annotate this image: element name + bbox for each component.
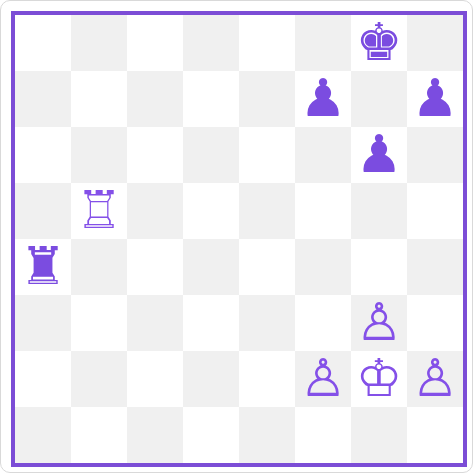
square-f5[interactable] [295, 183, 351, 239]
square-f4[interactable] [295, 239, 351, 295]
square-b4[interactable] [71, 239, 127, 295]
square-h8[interactable] [407, 15, 463, 71]
square-g1[interactable] [351, 407, 407, 463]
square-d6[interactable] [183, 127, 239, 183]
square-h5[interactable] [407, 183, 463, 239]
square-g8[interactable]: ♚ [351, 15, 407, 71]
square-h3[interactable] [407, 295, 463, 351]
square-c8[interactable] [127, 15, 183, 71]
square-a6[interactable] [15, 127, 71, 183]
piece-black-pawn-h7[interactable]: ♟ [412, 70, 459, 126]
square-d3[interactable] [183, 295, 239, 351]
square-g6[interactable]: ♟ [351, 127, 407, 183]
square-b5[interactable]: ♖ [71, 183, 127, 239]
square-f8[interactable] [295, 15, 351, 71]
square-d4[interactable] [183, 239, 239, 295]
square-a4[interactable]: ♜ [15, 239, 71, 295]
piece-white-pawn-g3[interactable]: ♙ [356, 294, 403, 350]
square-c7[interactable] [127, 71, 183, 127]
square-e3[interactable] [239, 295, 295, 351]
board-grid: ♚♟♟♟♖♜♙♙♔♙ [15, 15, 463, 463]
square-h4[interactable] [407, 239, 463, 295]
piece-white-pawn-f2[interactable]: ♙ [300, 350, 347, 406]
square-c5[interactable] [127, 183, 183, 239]
square-d1[interactable] [183, 407, 239, 463]
square-e5[interactable] [239, 183, 295, 239]
square-c4[interactable] [127, 239, 183, 295]
square-h2[interactable]: ♙ [407, 351, 463, 407]
square-a7[interactable] [15, 71, 71, 127]
square-d5[interactable] [183, 183, 239, 239]
piece-black-rook-a4[interactable]: ♜ [20, 238, 67, 294]
square-f1[interactable] [295, 407, 351, 463]
square-e4[interactable] [239, 239, 295, 295]
square-h1[interactable] [407, 407, 463, 463]
piece-black-pawn-f7[interactable]: ♟ [300, 70, 347, 126]
square-d2[interactable] [183, 351, 239, 407]
square-h7[interactable]: ♟ [407, 71, 463, 127]
square-a2[interactable] [15, 351, 71, 407]
square-e1[interactable] [239, 407, 295, 463]
square-f2[interactable]: ♙ [295, 351, 351, 407]
square-d7[interactable] [183, 71, 239, 127]
square-g2[interactable]: ♔ [351, 351, 407, 407]
square-e6[interactable] [239, 127, 295, 183]
square-b6[interactable] [71, 127, 127, 183]
square-g4[interactable] [351, 239, 407, 295]
piece-black-king-g8[interactable]: ♚ [356, 14, 403, 70]
app-window: ♚♟♟♟♖♜♙♙♔♙ [0, 0, 473, 473]
square-a1[interactable] [15, 407, 71, 463]
square-g5[interactable] [351, 183, 407, 239]
square-e2[interactable] [239, 351, 295, 407]
square-b2[interactable] [71, 351, 127, 407]
square-b3[interactable] [71, 295, 127, 351]
square-a5[interactable] [15, 183, 71, 239]
piece-white-pawn-h2[interactable]: ♙ [412, 350, 459, 406]
square-c1[interactable] [127, 407, 183, 463]
square-e7[interactable] [239, 71, 295, 127]
square-f7[interactable]: ♟ [295, 71, 351, 127]
square-f3[interactable] [295, 295, 351, 351]
square-c6[interactable] [127, 127, 183, 183]
square-f6[interactable] [295, 127, 351, 183]
chess-board: ♚♟♟♟♖♜♙♙♔♙ [11, 11, 467, 467]
square-d8[interactable] [183, 15, 239, 71]
square-c2[interactable] [127, 351, 183, 407]
piece-black-pawn-g6[interactable]: ♟ [356, 126, 403, 182]
square-h6[interactable] [407, 127, 463, 183]
square-g3[interactable]: ♙ [351, 295, 407, 351]
piece-white-rook-b5[interactable]: ♖ [76, 182, 123, 238]
piece-white-king-g2[interactable]: ♔ [356, 350, 403, 406]
square-b8[interactable] [71, 15, 127, 71]
square-e8[interactable] [239, 15, 295, 71]
square-a3[interactable] [15, 295, 71, 351]
square-b1[interactable] [71, 407, 127, 463]
square-b7[interactable] [71, 71, 127, 127]
square-a8[interactable] [15, 15, 71, 71]
square-c3[interactable] [127, 295, 183, 351]
square-g7[interactable] [351, 71, 407, 127]
